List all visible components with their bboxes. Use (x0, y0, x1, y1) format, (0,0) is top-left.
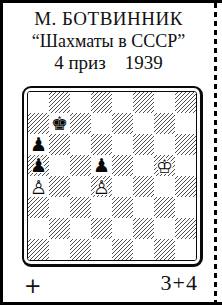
square-c4 (70, 176, 91, 197)
square-f4 (133, 176, 154, 197)
square-e7 (112, 113, 133, 134)
square-b6 (49, 134, 70, 155)
square-h6 (175, 134, 196, 155)
square-g1 (154, 239, 175, 260)
square-e3 (112, 197, 133, 218)
square-e6 (112, 134, 133, 155)
square-a6: ♟ (28, 134, 49, 155)
square-d8 (91, 92, 112, 113)
white-pawn: ♟♙ (28, 176, 49, 197)
square-c6 (70, 134, 91, 155)
square-h4 (175, 176, 196, 197)
square-c2 (70, 218, 91, 239)
square-a8 (28, 92, 49, 113)
black-pawn: ♟ (28, 155, 49, 176)
square-a2 (28, 218, 49, 239)
square-c3 (70, 197, 91, 218)
square-d4: ♟♙ (91, 176, 112, 197)
square-g8 (154, 92, 175, 113)
square-f1 (133, 239, 154, 260)
square-b1 (49, 239, 70, 260)
square-g2 (154, 218, 175, 239)
white-king: ♚♔ (154, 155, 175, 176)
square-e1 (112, 239, 133, 260)
black-pawn: ♟ (91, 155, 112, 176)
square-h8 (175, 92, 196, 113)
diagram-header: М. БОТВИННИК “Шахматы в СССР” 4 приз 193… (3, 8, 214, 74)
square-f8 (133, 92, 154, 113)
square-f3 (133, 197, 154, 218)
square-c5 (70, 155, 91, 176)
square-f6 (133, 134, 154, 155)
square-h5 (175, 155, 196, 176)
square-e2 (112, 218, 133, 239)
square-a3 (28, 197, 49, 218)
square-h7 (175, 113, 196, 134)
square-a5: ♟ (28, 155, 49, 176)
square-d2 (91, 218, 112, 239)
square-g3 (154, 197, 175, 218)
board-inner-border: ♚♟♟♟♚♔♟♙♟♙ (27, 91, 197, 261)
square-f7 (133, 113, 154, 134)
square-e5 (112, 155, 133, 176)
square-g5: ♚♔ (154, 155, 175, 176)
square-h2 (175, 218, 196, 239)
square-a4: ♟♙ (28, 176, 49, 197)
chess-board: ♚♟♟♟♚♔♟♙♟♙ (28, 92, 196, 260)
black-pawn: ♟ (28, 134, 49, 155)
square-a7 (28, 113, 49, 134)
square-g7 (154, 113, 175, 134)
composer-name: М. БОТВИННИК (3, 8, 214, 30)
square-e8 (112, 92, 133, 113)
board-frame: ♚♟♟♟♚♔♟♙♟♙ (22, 86, 203, 267)
square-b2 (49, 218, 70, 239)
stipulation-symbol: + (24, 274, 42, 298)
source-title: “Шахматы в СССР” (3, 30, 214, 52)
square-d5: ♟ (91, 155, 112, 176)
year-label: 1939 (125, 52, 163, 74)
white-pawn: ♟♙ (91, 176, 112, 197)
square-b5 (49, 155, 70, 176)
square-g6 (154, 134, 175, 155)
square-d6 (91, 134, 112, 155)
square-h1 (175, 239, 196, 260)
black-king: ♚ (49, 113, 70, 134)
square-e4 (112, 176, 133, 197)
square-h3 (175, 197, 196, 218)
square-c8 (70, 92, 91, 113)
square-d3 (91, 197, 112, 218)
square-f5 (133, 155, 154, 176)
square-g4 (154, 176, 175, 197)
square-b3 (49, 197, 70, 218)
square-c7 (70, 113, 91, 134)
prize-year-line: 4 приз 1939 (3, 52, 214, 74)
material-count: 3+4 (161, 270, 198, 296)
square-a1 (28, 239, 49, 260)
square-b4 (49, 176, 70, 197)
square-c1 (70, 239, 91, 260)
prize-label: 4 приз (54, 52, 106, 74)
square-b8 (49, 92, 70, 113)
diagram-page: М. БОТВИННИК “Шахматы в СССР” 4 приз 193… (0, 0, 222, 305)
square-d7 (91, 113, 112, 134)
dashed-cut-line (214, 3, 217, 302)
square-f2 (133, 218, 154, 239)
square-b7: ♚ (49, 113, 70, 134)
square-d1 (91, 239, 112, 260)
